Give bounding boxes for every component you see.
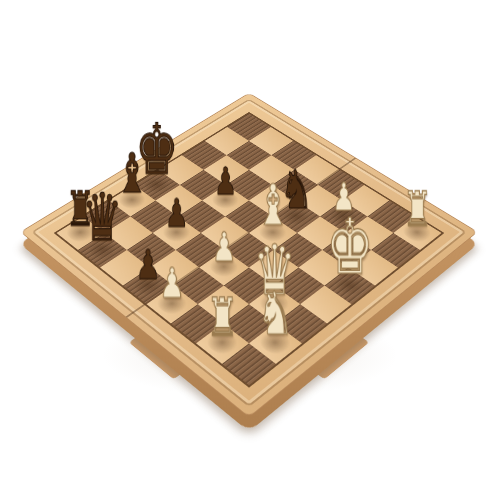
white-king-icon: ♚ [323, 171, 377, 284]
white-pawn-icon: ♟ [145, 188, 200, 303]
white-knight-icon: ♞ [247, 223, 304, 342]
photo-background: ♚♝♟♞♟♜♟♝♜♛♟♟♚♟♛♜♞ [0, 0, 500, 500]
white-rook-icon: ♜ [392, 124, 444, 232]
white-rook-icon: ♜ [194, 223, 251, 342]
